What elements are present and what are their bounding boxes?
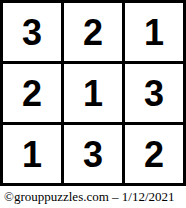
- cell-r1c2: 2: [64, 3, 122, 61]
- cell-r2c3: 3: [125, 64, 183, 122]
- cell-r2c2: 1: [64, 64, 122, 122]
- puzzle-grid: 3 2 1 2 1 3 1 3 2: [0, 0, 186, 186]
- cell-r3c3: 2: [125, 125, 183, 183]
- cell-r1c1: 3: [3, 3, 61, 61]
- cell-r2c1: 2: [3, 64, 61, 122]
- cell-r3c2: 3: [64, 125, 122, 183]
- cell-r1c3: 1: [125, 3, 183, 61]
- puzzle-page: 3 2 1 2 1 3 1 3 2 ©grouppuzzles.com – 1/…: [0, 0, 186, 208]
- copyright-line: ©grouppuzzles.com – 1/12/2021: [0, 186, 186, 208]
- cell-r3c1: 1: [3, 125, 61, 183]
